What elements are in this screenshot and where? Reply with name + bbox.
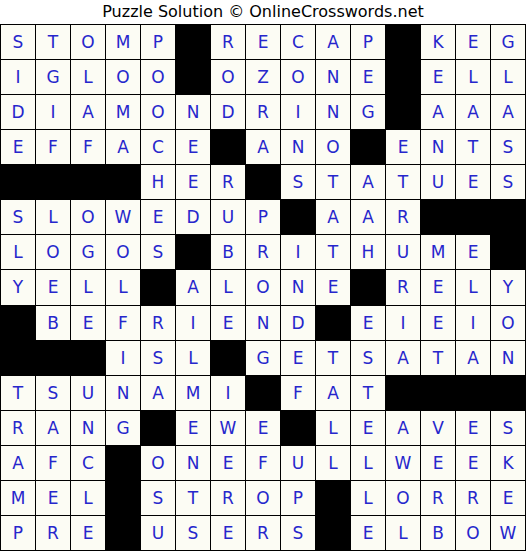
- letter-cell: I: [36, 95, 70, 129]
- letter-cell: L: [456, 60, 490, 94]
- letter-cell: P: [141, 25, 175, 59]
- letter-cell: A: [386, 411, 420, 445]
- letter-cell: D: [281, 306, 315, 340]
- letter-cell: G: [351, 95, 385, 129]
- letter-cell: A: [246, 130, 280, 164]
- letter-cell: T: [176, 481, 210, 515]
- letter-cell: N: [281, 130, 315, 164]
- letter-cell: M: [421, 235, 455, 269]
- black-cell: [141, 270, 175, 304]
- letter-cell: P: [281, 481, 315, 515]
- letter-cell: E: [351, 411, 385, 445]
- letter-cell: F: [71, 130, 105, 164]
- letter-cell: E: [281, 341, 315, 375]
- letter-cell: L: [1, 235, 35, 269]
- letter-cell: S: [36, 376, 70, 410]
- letter-cell: A: [1, 446, 35, 480]
- black-cell: [106, 165, 140, 199]
- letter-cell: L: [211, 270, 245, 304]
- letter-cell: O: [106, 235, 140, 269]
- letter-cell: T: [316, 235, 350, 269]
- letter-cell: B: [36, 306, 70, 340]
- letter-cell: L: [106, 270, 140, 304]
- letter-cell: N: [176, 446, 210, 480]
- letter-cell: N: [491, 341, 525, 375]
- letter-cell: N: [281, 270, 315, 304]
- black-cell: [316, 306, 350, 340]
- letter-cell: E: [351, 60, 385, 94]
- letter-cell: E: [421, 306, 455, 340]
- black-cell: [211, 130, 245, 164]
- letter-cell: E: [456, 235, 490, 269]
- letter-cell: S: [141, 341, 175, 375]
- letter-cell: U: [421, 165, 455, 199]
- black-cell: [316, 516, 350, 550]
- letter-cell: F: [281, 376, 315, 410]
- black-cell: [316, 481, 350, 515]
- letter-cell: O: [246, 481, 280, 515]
- letter-cell: E: [386, 130, 420, 164]
- letter-cell: I: [386, 306, 420, 340]
- letter-cell: E: [36, 481, 70, 515]
- black-cell: [351, 270, 385, 304]
- letter-cell: O: [386, 481, 420, 515]
- letter-cell: R: [211, 25, 245, 59]
- letter-cell: E: [421, 446, 455, 480]
- letter-cell: E: [141, 200, 175, 234]
- letter-cell: L: [456, 270, 490, 304]
- letter-cell: F: [36, 446, 70, 480]
- letter-cell: R: [211, 481, 245, 515]
- letter-cell: A: [176, 270, 210, 304]
- letter-cell: A: [491, 95, 525, 129]
- letter-cell: A: [36, 411, 70, 445]
- letter-cell: A: [316, 376, 350, 410]
- black-cell: [386, 60, 420, 94]
- black-cell: [456, 200, 490, 234]
- letter-cell: E: [176, 130, 210, 164]
- letter-cell: A: [421, 95, 455, 129]
- letter-cell: T: [316, 165, 350, 199]
- letter-cell: B: [421, 516, 455, 550]
- letter-cell: O: [141, 60, 175, 94]
- black-cell: [176, 235, 210, 269]
- letter-cell: D: [211, 95, 245, 129]
- letter-cell: N: [106, 376, 140, 410]
- black-cell: [281, 411, 315, 445]
- letter-cell: B: [211, 235, 245, 269]
- letter-cell: R: [421, 481, 455, 515]
- letter-cell: S: [491, 165, 525, 199]
- letter-cell: E: [71, 516, 105, 550]
- letter-cell: N: [176, 95, 210, 129]
- letter-cell: M: [106, 25, 140, 59]
- letter-cell: A: [316, 200, 350, 234]
- black-cell: [386, 376, 420, 410]
- letter-cell: O: [106, 60, 140, 94]
- letter-cell: A: [456, 341, 490, 375]
- letter-cell: G: [491, 25, 525, 59]
- letter-cell: L: [386, 516, 420, 550]
- letter-cell: R: [456, 481, 490, 515]
- black-cell: [246, 376, 280, 410]
- letter-cell: A: [386, 341, 420, 375]
- letter-cell: K: [421, 25, 455, 59]
- letter-cell: F: [36, 130, 70, 164]
- letter-cell: N: [71, 411, 105, 445]
- black-cell: [71, 341, 105, 375]
- black-cell: [491, 376, 525, 410]
- letter-cell: S: [491, 130, 525, 164]
- letter-cell: T: [1, 376, 35, 410]
- letter-cell: U: [281, 446, 315, 480]
- letter-cell: A: [106, 130, 140, 164]
- letter-cell: I: [456, 306, 490, 340]
- letter-cell: D: [176, 200, 210, 234]
- letter-cell: L: [71, 481, 105, 515]
- black-cell: [1, 341, 35, 375]
- letter-cell: E: [211, 306, 245, 340]
- letter-cell: S: [1, 25, 35, 59]
- letter-cell: D: [1, 95, 35, 129]
- black-cell: [456, 376, 490, 410]
- letter-cell: C: [281, 25, 315, 59]
- black-cell: [36, 341, 70, 375]
- letter-cell: P: [1, 516, 35, 550]
- letter-cell: U: [71, 376, 105, 410]
- letter-cell: O: [71, 200, 105, 234]
- letter-cell: L: [491, 60, 525, 94]
- letter-cell: S: [491, 411, 525, 445]
- letter-cell: I: [281, 235, 315, 269]
- letter-cell: T: [351, 376, 385, 410]
- letter-cell: S: [281, 165, 315, 199]
- letter-cell: M: [106, 95, 140, 129]
- letter-cell: F: [246, 446, 280, 480]
- letter-cell: G: [36, 60, 70, 94]
- letter-cell: E: [351, 306, 385, 340]
- letter-cell: W: [491, 516, 525, 550]
- black-cell: [1, 165, 35, 199]
- letter-cell: Y: [491, 270, 525, 304]
- letter-cell: U: [141, 516, 175, 550]
- letter-cell: O: [246, 270, 280, 304]
- letter-cell: E: [71, 306, 105, 340]
- letter-cell: E: [1, 130, 35, 164]
- letter-cell: S: [141, 235, 175, 269]
- letter-cell: E: [211, 516, 245, 550]
- letter-cell: E: [421, 270, 455, 304]
- letter-cell: T: [386, 165, 420, 199]
- black-cell: [106, 446, 140, 480]
- letter-cell: I: [281, 95, 315, 129]
- letter-cell: H: [351, 235, 385, 269]
- letter-cell: S: [351, 341, 385, 375]
- letter-cell: C: [141, 130, 175, 164]
- black-cell: [211, 341, 245, 375]
- letter-cell: R: [141, 306, 175, 340]
- letter-cell: A: [71, 95, 105, 129]
- letter-cell: M: [176, 376, 210, 410]
- letter-cell: I: [1, 60, 35, 94]
- letter-cell: N: [246, 306, 280, 340]
- black-cell: [421, 200, 455, 234]
- black-cell: [36, 165, 70, 199]
- puzzle-solution-page: Puzzle Solution © OnlineCrosswords.net S…: [0, 0, 526, 551]
- letter-cell: O: [71, 25, 105, 59]
- letter-cell: L: [71, 60, 105, 94]
- letter-cell: O: [281, 60, 315, 94]
- letter-cell: R: [36, 516, 70, 550]
- letter-cell: L: [36, 200, 70, 234]
- black-cell: [351, 130, 385, 164]
- letter-cell: T: [316, 341, 350, 375]
- letter-cell: E: [351, 516, 385, 550]
- letter-cell: A: [316, 25, 350, 59]
- letter-cell: S: [1, 200, 35, 234]
- letter-cell: L: [176, 341, 210, 375]
- black-cell: [176, 60, 210, 94]
- letter-cell: E: [456, 411, 490, 445]
- letter-cell: C: [71, 446, 105, 480]
- black-cell: [421, 376, 455, 410]
- letter-cell: F: [106, 306, 140, 340]
- black-cell: [246, 165, 280, 199]
- black-cell: [176, 25, 210, 59]
- letter-cell: E: [456, 25, 490, 59]
- letter-cell: L: [351, 481, 385, 515]
- letter-cell: L: [316, 411, 350, 445]
- letter-cell: V: [421, 411, 455, 445]
- black-cell: [106, 481, 140, 515]
- letter-cell: G: [106, 411, 140, 445]
- letter-cell: L: [316, 446, 350, 480]
- letter-cell: K: [491, 446, 525, 480]
- letter-cell: W: [386, 446, 420, 480]
- letter-cell: R: [246, 235, 280, 269]
- letter-cell: A: [141, 376, 175, 410]
- letter-cell: N: [316, 60, 350, 94]
- letter-cell: L: [351, 446, 385, 480]
- letter-cell: A: [351, 165, 385, 199]
- black-cell: [141, 411, 175, 445]
- letter-cell: S: [141, 481, 175, 515]
- letter-cell: P: [351, 25, 385, 59]
- letter-cell: A: [351, 200, 385, 234]
- letter-cell: O: [211, 60, 245, 94]
- letter-cell: Z: [246, 60, 280, 94]
- letter-cell: Y: [1, 270, 35, 304]
- letter-cell: E: [36, 270, 70, 304]
- letter-cell: H: [141, 165, 175, 199]
- letter-cell: N: [421, 130, 455, 164]
- letter-cell: E: [176, 165, 210, 199]
- letter-cell: W: [106, 200, 140, 234]
- letter-cell: R: [1, 411, 35, 445]
- letter-cell: A: [456, 95, 490, 129]
- black-cell: [1, 306, 35, 340]
- letter-cell: E: [316, 270, 350, 304]
- letter-cell: T: [421, 341, 455, 375]
- letter-cell: S: [176, 516, 210, 550]
- black-cell: [491, 200, 525, 234]
- letter-cell: N: [316, 95, 350, 129]
- letter-cell: O: [141, 446, 175, 480]
- letter-cell: E: [421, 60, 455, 94]
- letter-cell: U: [211, 200, 245, 234]
- letter-cell: M: [1, 481, 35, 515]
- black-cell: [386, 25, 420, 59]
- letter-cell: I: [211, 376, 245, 410]
- letter-cell: W: [211, 411, 245, 445]
- letter-cell: E: [491, 481, 525, 515]
- letter-cell: P: [246, 200, 280, 234]
- letter-cell: T: [36, 25, 70, 59]
- letter-cell: E: [246, 411, 280, 445]
- letter-cell: L: [71, 270, 105, 304]
- letter-cell: R: [246, 516, 280, 550]
- page-title: Puzzle Solution © OnlineCrosswords.net: [0, 0, 526, 24]
- black-cell: [281, 200, 315, 234]
- letter-cell: O: [491, 306, 525, 340]
- letter-cell: R: [211, 165, 245, 199]
- letter-cell: S: [281, 516, 315, 550]
- letter-cell: O: [316, 130, 350, 164]
- letter-cell: E: [246, 25, 280, 59]
- black-cell: [386, 95, 420, 129]
- letter-cell: U: [386, 235, 420, 269]
- letter-cell: O: [456, 516, 490, 550]
- black-cell: [491, 235, 525, 269]
- letter-cell: G: [71, 235, 105, 269]
- letter-cell: G: [246, 341, 280, 375]
- black-cell: [106, 516, 140, 550]
- letter-cell: R: [246, 95, 280, 129]
- letter-cell: I: [176, 306, 210, 340]
- letter-cell: I: [106, 341, 140, 375]
- letter-cell: E: [176, 411, 210, 445]
- letter-cell: E: [211, 446, 245, 480]
- black-cell: [71, 165, 105, 199]
- letter-cell: O: [36, 235, 70, 269]
- crossword-grid: STOMPRECAPKEGIGLOOOZONEELLDIAMONDRINGAAA…: [0, 24, 526, 551]
- letter-cell: O: [141, 95, 175, 129]
- letter-cell: R: [386, 200, 420, 234]
- letter-cell: E: [456, 165, 490, 199]
- letter-cell: E: [456, 446, 490, 480]
- letter-cell: T: [456, 130, 490, 164]
- letter-cell: R: [386, 270, 420, 304]
